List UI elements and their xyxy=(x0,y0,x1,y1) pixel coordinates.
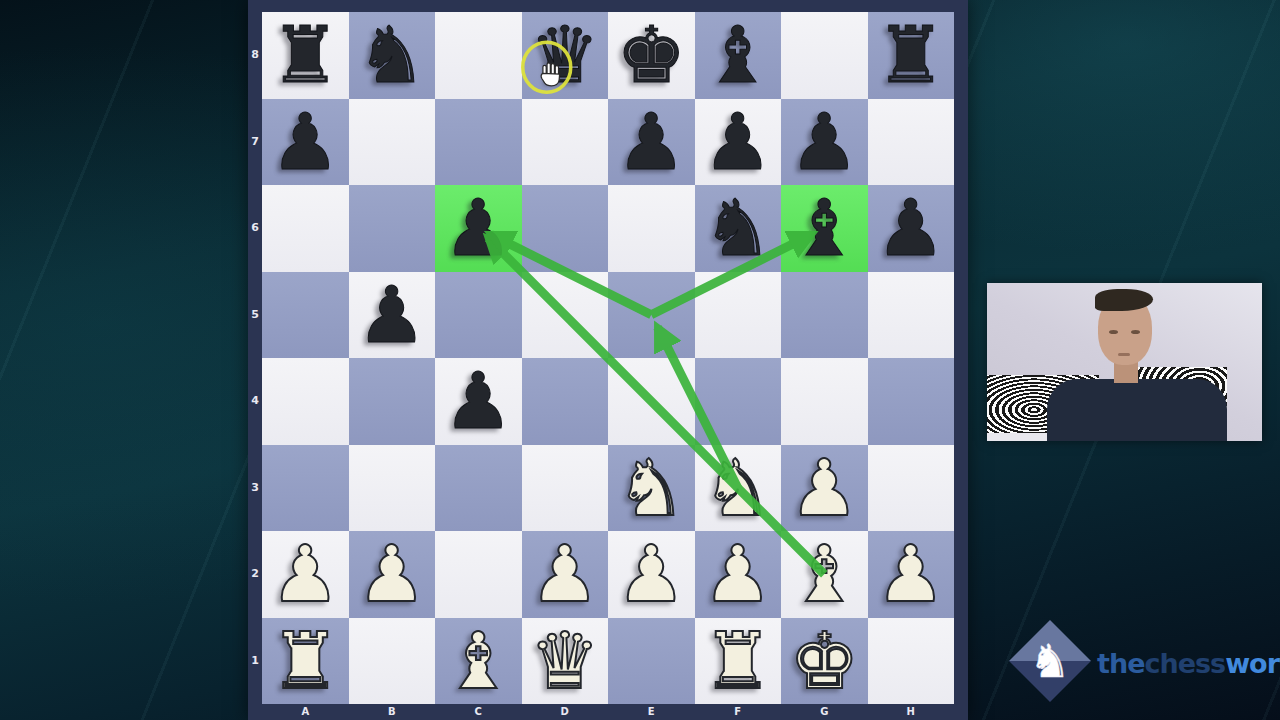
square-e5[interactable] xyxy=(608,272,695,359)
square-c1[interactable]: ♝ xyxy=(435,618,522,705)
square-b2[interactable]: ♟ xyxy=(349,531,436,618)
rank-label-7: 7 xyxy=(248,135,262,148)
square-e3[interactable]: ♞ xyxy=(608,445,695,532)
rank-label-3: 3 xyxy=(248,481,262,494)
black-pawn-f7[interactable]: ♟ xyxy=(703,103,773,181)
black-pawn-e7[interactable]: ♟ xyxy=(616,103,686,181)
square-b4[interactable] xyxy=(349,358,436,445)
square-h2[interactable]: ♟ xyxy=(868,531,955,618)
square-g8[interactable] xyxy=(781,12,868,99)
file-label-e: E xyxy=(608,706,695,717)
black-bishop-g6[interactable]: ♝ xyxy=(789,189,859,267)
file-label-h: H xyxy=(868,706,955,717)
square-f8[interactable]: ♝ xyxy=(695,12,782,99)
black-pawn-b5[interactable]: ♟ xyxy=(357,276,427,354)
rank-label-1: 1 xyxy=(248,654,262,667)
square-a1[interactable]: ♜ xyxy=(262,618,349,705)
square-e1[interactable] xyxy=(608,618,695,705)
logo-text-chess: chess xyxy=(1144,648,1225,679)
square-g4[interactable] xyxy=(781,358,868,445)
square-b5[interactable]: ♟ xyxy=(349,272,436,359)
square-a3[interactable] xyxy=(262,445,349,532)
chess-board-frame: 87654321 ABCDEFGH ♜♞♛♚♝♜♟♟♟♟♟♞♝♟♟♟♞♞♟♟♟♟… xyxy=(248,0,968,720)
square-g1[interactable]: ♚ xyxy=(781,618,868,705)
square-h7[interactable] xyxy=(868,99,955,186)
white-bishop-c1[interactable]: ♝ xyxy=(443,622,513,700)
square-a2[interactable]: ♟ xyxy=(262,531,349,618)
black-pawn-c4[interactable]: ♟ xyxy=(443,362,513,440)
square-c2[interactable] xyxy=(435,531,522,618)
black-king-e8[interactable]: ♚ xyxy=(616,16,686,94)
black-pawn-h6[interactable]: ♟ xyxy=(876,189,946,267)
presenter-torso xyxy=(1047,379,1227,441)
square-f6[interactable]: ♞ xyxy=(695,185,782,272)
black-bishop-f8[interactable]: ♝ xyxy=(703,16,773,94)
black-rook-a8[interactable]: ♜ xyxy=(270,16,340,94)
rank-label-5: 5 xyxy=(248,308,262,321)
square-f5[interactable] xyxy=(695,272,782,359)
white-knight-f3[interactable]: ♞ xyxy=(703,449,773,527)
chess-board[interactable]: ♜♞♛♚♝♜♟♟♟♟♟♞♝♟♟♟♞♞♟♟♟♟♟♟♝♟♜♝♛♜♚ xyxy=(262,12,954,704)
square-g2[interactable]: ♝ xyxy=(781,531,868,618)
square-e7[interactable]: ♟ xyxy=(608,99,695,186)
presenter-mouth xyxy=(1118,353,1130,356)
logo-text-the: the xyxy=(1097,648,1144,679)
black-pawn-g7[interactable]: ♟ xyxy=(789,103,859,181)
square-g6[interactable]: ♝ xyxy=(781,185,868,272)
square-d3[interactable] xyxy=(522,445,609,532)
square-e4[interactable] xyxy=(608,358,695,445)
square-d2[interactable]: ♟ xyxy=(522,531,609,618)
white-pawn-h2[interactable]: ♟ xyxy=(876,535,946,613)
white-queen-d1[interactable]: ♛ xyxy=(530,622,600,700)
file-label-d: D xyxy=(522,706,609,717)
square-f4[interactable] xyxy=(695,358,782,445)
white-pawn-d2[interactable]: ♟ xyxy=(530,535,600,613)
square-c8[interactable] xyxy=(435,12,522,99)
square-h4[interactable] xyxy=(868,358,955,445)
presenter-eye-left xyxy=(1109,330,1118,334)
file-label-f: F xyxy=(695,706,782,717)
file-label-b: B xyxy=(349,706,436,717)
square-b6[interactable] xyxy=(349,185,436,272)
file-labels: ABCDEFGH xyxy=(262,704,954,720)
square-e2[interactable]: ♟ xyxy=(608,531,695,618)
black-queen-d8[interactable]: ♛ xyxy=(530,16,600,94)
square-b3[interactable] xyxy=(349,445,436,532)
white-pawn-f2[interactable]: ♟ xyxy=(703,535,773,613)
square-d7[interactable] xyxy=(522,99,609,186)
square-c3[interactable] xyxy=(435,445,522,532)
square-d6[interactable] xyxy=(522,185,609,272)
black-knight-b8[interactable]: ♞ xyxy=(357,16,427,94)
white-bishop-g2[interactable]: ♝ xyxy=(789,535,859,613)
square-g7[interactable]: ♟ xyxy=(781,99,868,186)
square-c6[interactable]: ♟ xyxy=(435,185,522,272)
square-b1[interactable] xyxy=(349,618,436,705)
square-h1[interactable] xyxy=(868,618,955,705)
square-f3[interactable]: ♞ xyxy=(695,445,782,532)
black-pawn-c6[interactable]: ♟ xyxy=(443,189,513,267)
white-pawn-a2[interactable]: ♟ xyxy=(270,535,340,613)
square-a6[interactable] xyxy=(262,185,349,272)
square-e6[interactable] xyxy=(608,185,695,272)
rank-label-2: 2 xyxy=(248,567,262,580)
thechessworld-logo: ♞ thechessworld xyxy=(995,618,1280,714)
file-label-c: C xyxy=(435,706,522,717)
file-label-a: A xyxy=(262,706,349,717)
knight-logo-icon: ♞ xyxy=(1029,638,1070,684)
rank-label-4: 4 xyxy=(248,394,262,407)
square-c7[interactable] xyxy=(435,99,522,186)
square-h8[interactable]: ♜ xyxy=(868,12,955,99)
square-a4[interactable] xyxy=(262,358,349,445)
black-knight-f6[interactable]: ♞ xyxy=(703,189,773,267)
square-e8[interactable]: ♚ xyxy=(608,12,695,99)
square-g5[interactable] xyxy=(781,272,868,359)
presenter-eye-right xyxy=(1131,330,1140,334)
square-a5[interactable] xyxy=(262,272,349,359)
square-g3[interactable]: ♟ xyxy=(781,445,868,532)
white-pawn-e2[interactable]: ♟ xyxy=(616,535,686,613)
black-rook-h8[interactable]: ♜ xyxy=(876,16,946,94)
square-a7[interactable]: ♟ xyxy=(262,99,349,186)
square-h6[interactable]: ♟ xyxy=(868,185,955,272)
white-knight-e3[interactable]: ♞ xyxy=(616,449,686,527)
square-c5[interactable] xyxy=(435,272,522,359)
logo-text: thechessworld xyxy=(1097,648,1280,679)
file-label-g: G xyxy=(781,706,868,717)
white-pawn-b2[interactable]: ♟ xyxy=(357,535,427,613)
white-king-g1[interactable]: ♚ xyxy=(789,622,859,700)
white-rook-a1[interactable]: ♜ xyxy=(270,622,340,700)
square-a8[interactable]: ♜ xyxy=(262,12,349,99)
square-d4[interactable] xyxy=(522,358,609,445)
square-d5[interactable] xyxy=(522,272,609,359)
square-f1[interactable]: ♜ xyxy=(695,618,782,705)
white-pawn-g3[interactable]: ♟ xyxy=(789,449,859,527)
white-rook-f1[interactable]: ♜ xyxy=(703,622,773,700)
square-d1[interactable]: ♛ xyxy=(522,618,609,705)
square-h3[interactable] xyxy=(868,445,955,532)
logo-diamond: ♞ xyxy=(1009,620,1091,702)
rank-labels: 87654321 xyxy=(248,12,262,704)
square-h5[interactable] xyxy=(868,272,955,359)
black-pawn-a7[interactable]: ♟ xyxy=(270,103,340,181)
square-f2[interactable]: ♟ xyxy=(695,531,782,618)
square-f7[interactable]: ♟ xyxy=(695,99,782,186)
rank-label-8: 8 xyxy=(248,48,262,61)
square-d8[interactable]: ♛ xyxy=(522,12,609,99)
square-c4[interactable]: ♟ xyxy=(435,358,522,445)
presenter-webcam xyxy=(987,283,1262,441)
logo-text-world: world xyxy=(1225,648,1280,679)
rank-label-6: 6 xyxy=(248,221,262,234)
square-b8[interactable]: ♞ xyxy=(349,12,436,99)
square-b7[interactable] xyxy=(349,99,436,186)
